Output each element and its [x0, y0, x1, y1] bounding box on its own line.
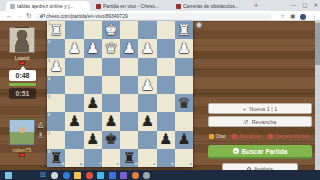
square-a7[interactable]: ♟ [175, 131, 193, 149]
white-king[interactable]: ♚ [102, 21, 120, 39]
file-label: c [153, 162, 155, 166]
edge-icon[interactable] [63, 172, 70, 179]
square-a6[interactable] [175, 112, 193, 130]
square-h7[interactable]: 7 [47, 131, 65, 149]
captured-piece-icon: ♗ [37, 131, 44, 140]
square-f7[interactable]: ♟ [84, 131, 102, 149]
tab-1-title: tablas ajedrez online y j... [17, 3, 73, 9]
captured-pieces-tray: ♙♗ [37, 121, 44, 140]
square-e6[interactable]: ♟ [102, 112, 120, 130]
file-label: e [117, 162, 119, 166]
bottom-player-flag-icon [19, 153, 25, 157]
white-rook[interactable]: ♜ [175, 21, 193, 39]
file-label: b [171, 162, 173, 166]
square-d6[interactable] [120, 112, 138, 130]
square-h6[interactable]: 6 [47, 112, 65, 130]
white-pawn[interactable]: ♟ [120, 39, 138, 57]
address-bar[interactable]: chess.com/partida/en-vivo/89349729 [36, 13, 272, 20]
top-player-flag-icon [19, 61, 25, 65]
board-settings-icon[interactable] [196, 22, 202, 28]
square-c5[interactable] [138, 94, 156, 112]
back-icon[interactable]: ← [6, 11, 13, 21]
window-controls: — ▢ ✕ [291, 0, 318, 10]
square-f4[interactable] [84, 76, 102, 94]
black-queen[interactable]: ♛ [175, 94, 193, 112]
square-g4[interactable] [65, 76, 83, 94]
media-icon[interactable] [132, 172, 139, 179]
forward-icon[interactable]: → [16, 11, 23, 21]
reload-icon[interactable]: ↻ [26, 11, 31, 21]
white-pawn[interactable]: ♟ [47, 58, 65, 76]
windows-taskbar [0, 170, 320, 180]
square-e7[interactable]: ♚ [102, 131, 120, 149]
rank-label: 2 [48, 40, 50, 44]
square-c1[interactable] [138, 21, 156, 39]
play-icon: + [233, 148, 239, 154]
square-d8[interactable]: d♜ [120, 149, 138, 167]
close-button[interactable]: ✕ [313, 0, 318, 10]
maximize-button[interactable]: ▢ [302, 0, 307, 10]
rank-label: 4 [48, 77, 50, 81]
square-f2[interactable]: ♟ [84, 39, 102, 57]
lock-icon [40, 15, 43, 18]
bottom-player-clock: 0:51 [9, 88, 36, 99]
white-pawn[interactable]: ♟ [138, 39, 156, 57]
square-e3[interactable] [102, 58, 120, 76]
black-pawn[interactable]: ♟ [102, 112, 120, 130]
square-h1[interactable]: 1♜ [47, 21, 65, 39]
square-f5[interactable]: ♟ [84, 94, 102, 112]
white-pawn[interactable]: ♟ [65, 39, 83, 57]
file-label: f [99, 162, 100, 166]
square-c6[interactable]: ♟ [138, 112, 156, 130]
captured-piece-icon: ♙ [37, 121, 44, 130]
resign-link[interactable]: Abandonar [232, 134, 261, 139]
square-d3[interactable] [120, 58, 138, 76]
black-king[interactable]: ♚ [102, 131, 120, 149]
menu-kebab-icon[interactable]: ⋮ [311, 11, 317, 21]
square-d5[interactable] [120, 94, 138, 112]
new-game-label: Nueva 1 | 1 [249, 106, 277, 112]
white-pawn[interactable]: ♟ [138, 76, 156, 94]
black-pawn[interactable]: ♟ [84, 131, 102, 149]
start-icon[interactable] [40, 172, 47, 179]
black-rook[interactable]: ♜ [47, 149, 65, 167]
tab-1[interactable]: tablas ajedrez online y j... [6, 1, 90, 11]
search-icon[interactable] [51, 172, 58, 179]
square-c8[interactable]: c [138, 149, 156, 167]
square-f3[interactable] [84, 58, 102, 76]
square-d7[interactable] [120, 131, 138, 149]
chat-icon [209, 134, 214, 139]
chrome-icon[interactable] [86, 172, 93, 179]
store-icon[interactable] [97, 172, 104, 179]
folder-icon[interactable] [74, 172, 81, 179]
square-c2[interactable]: ♟ [138, 39, 156, 57]
black-pawn[interactable]: ♟ [157, 131, 175, 149]
white-pawn[interactable]: ♟ [175, 39, 193, 57]
square-e2[interactable]: ♛ [102, 39, 120, 57]
top-player-clock: 0:48 [9, 70, 36, 81]
tab-3[interactable]: Carreras de obstáculos... [172, 1, 250, 11]
mail-icon[interactable] [109, 172, 116, 179]
square-h3[interactable]: 3♟ [47, 58, 65, 76]
scrollbar-thumb[interactable] [315, 23, 320, 65]
square-e5[interactable] [102, 94, 120, 112]
seek-game-label: Buscar Partida [242, 148, 288, 155]
square-f8[interactable]: f [84, 149, 102, 167]
square-c3[interactable] [138, 58, 156, 76]
square-b8[interactable]: b [157, 149, 175, 167]
new-tab-button[interactable]: + [252, 2, 260, 10]
screen: tablas ajedrez online y j... Partida en … [0, 0, 320, 180]
black-pawn[interactable]: ♟ [138, 112, 156, 130]
square-e8[interactable]: e [102, 149, 120, 167]
rank-label: 5 [48, 95, 50, 99]
square-b5[interactable] [157, 94, 175, 112]
photos-icon[interactable] [120, 172, 127, 179]
square-b3[interactable] [157, 58, 175, 76]
seek-game-button[interactable]: + Buscar Partida [208, 145, 312, 159]
black-rook[interactable]: ♜ [120, 149, 138, 167]
white-queen[interactable]: ♛ [102, 39, 120, 57]
square-b1[interactable] [157, 21, 175, 39]
game-links-row: Chat Abandonar Cancelar Partida [209, 134, 315, 139]
white-rook[interactable]: ♜ [47, 21, 65, 39]
square-b7[interactable]: ♟ [157, 131, 175, 149]
resign-flag-icon [232, 134, 237, 139]
file-label: a [190, 162, 192, 166]
square-d4[interactable] [120, 76, 138, 94]
active-turn-indicator [9, 83, 36, 86]
square-h5[interactable]: 5 [47, 94, 65, 112]
rematch-icon: ↺ [244, 118, 249, 125]
profile-avatar[interactable] [300, 14, 306, 20]
rank-label: 6 [48, 113, 50, 117]
new-game-button[interactable]: + Nueva 1 | 1 [208, 103, 312, 114]
minimize-button[interactable]: — [291, 0, 297, 10]
cancel-icon [268, 134, 273, 139]
square-g5[interactable] [65, 94, 83, 112]
square-h8[interactable]: 8h♜ [47, 149, 65, 167]
rematch-button[interactable]: ↺ Revancha [208, 116, 312, 127]
square-a3[interactable] [175, 58, 193, 76]
square-a1[interactable]: ♜ [175, 21, 193, 39]
square-g1[interactable] [65, 21, 83, 39]
square-g7[interactable] [65, 131, 83, 149]
rank-label: 7 [48, 132, 50, 136]
square-g8[interactable]: g [65, 149, 83, 167]
square-b4[interactable] [157, 76, 175, 94]
square-d1[interactable] [120, 21, 138, 39]
tab-2-favicon [96, 4, 101, 9]
square-b6[interactable] [157, 112, 175, 130]
square-e4[interactable] [102, 76, 120, 94]
file-label: g [80, 162, 82, 166]
square-g6[interactable]: ♟ [65, 112, 83, 130]
square-g2[interactable]: ♟ [65, 39, 83, 57]
square-e1[interactable]: ♚ [102, 21, 120, 39]
chess-page: Lowrid 0:48 0:51 ♙♗ ruben75 1♜♚♜2♟♟♛♟♟♟3… [0, 21, 320, 170]
bottom-player-avatar[interactable] [9, 119, 35, 145]
square-f1[interactable] [84, 21, 102, 39]
square-h2[interactable]: 2 [47, 39, 65, 57]
square-a4[interactable] [175, 76, 193, 94]
square-d2[interactable]: ♟ [120, 39, 138, 57]
weather-icon[interactable] [5, 172, 12, 179]
extensions-icon[interactable]: ▣ [290, 11, 296, 21]
browser-tabstrip: tablas ajedrez online y j... Partida en … [0, 0, 320, 11]
black-pawn[interactable]: ♟ [84, 94, 102, 112]
tab-3-favicon [176, 4, 181, 9]
square-b2[interactable] [157, 39, 175, 57]
square-a8[interactable]: a [175, 149, 193, 167]
url-text: chess.com/partida/en-vivo/89349729 [46, 13, 128, 19]
tab-3-title: Carreras de obstáculos... [183, 3, 239, 9]
browser-toolbar: ← → ↻ chess.com/partida/en-vivo/89349729… [0, 11, 320, 21]
square-a2[interactable]: ♟ [175, 39, 193, 57]
cancel-game-link[interactable]: Cancelar Partida [268, 134, 309, 139]
top-player-avatar[interactable] [9, 27, 35, 53]
square-g3[interactable] [65, 58, 83, 76]
page-scrollbar[interactable] [315, 21, 320, 170]
tab-2-title: Partida en vivo - Chess... [103, 3, 159, 9]
square-a5[interactable]: ♛ [175, 94, 193, 112]
square-c7[interactable] [138, 131, 156, 149]
black-pawn[interactable]: ♟ [65, 112, 83, 130]
square-h4[interactable]: 4 [47, 76, 65, 94]
tab-2[interactable]: Partida en vivo - Chess... [92, 1, 170, 11]
tab-1-favicon [10, 4, 15, 9]
bookmark-star-icon[interactable]: ☆ [280, 11, 285, 21]
black-pawn[interactable]: ♟ [175, 131, 193, 149]
chess-board[interactable]: 1♜♚♜2♟♟♛♟♟♟3♟4♟5♟♛6♟♟♟7♟♚♟♟8h♜gfed♜cba [47, 21, 193, 167]
chat-link[interactable]: Chat [209, 134, 225, 139]
rematch-label: Revancha [252, 119, 277, 125]
square-f6[interactable] [84, 112, 102, 130]
plus-icon: + [243, 106, 247, 112]
square-c4[interactable]: ♟ [138, 76, 156, 94]
white-pawn[interactable]: ♟ [84, 39, 102, 57]
settings-icon[interactable] [143, 172, 150, 179]
